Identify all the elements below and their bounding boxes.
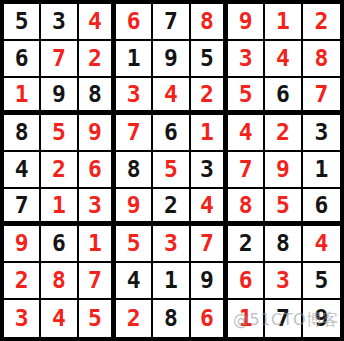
cell-r9c2[interactable]: 4: [41, 300, 78, 337]
cell-r8c4[interactable]: 4: [116, 263, 153, 300]
cell-r5c1[interactable]: 4: [4, 152, 41, 189]
cell-r4c1[interactable]: 8: [4, 115, 41, 152]
cell-r2c8[interactable]: 4: [265, 41, 302, 78]
cell-r8c9[interactable]: 5: [303, 263, 340, 300]
cell-r7c6[interactable]: 7: [191, 226, 228, 263]
cell-r8c7[interactable]: 6: [228, 263, 265, 300]
cell-r8c2[interactable]: 8: [41, 263, 78, 300]
cell-r2c9[interactable]: 8: [303, 41, 340, 78]
cell-r1c8[interactable]: 1: [265, 4, 302, 41]
cell-r1c6[interactable]: 8: [191, 4, 228, 41]
cell-r3c6[interactable]: 2: [191, 78, 228, 115]
cell-r2c7[interactable]: 3: [228, 41, 265, 78]
cell-r3c2[interactable]: 9: [41, 78, 78, 115]
cell-r4c9[interactable]: 3: [303, 115, 340, 152]
cell-r9c3[interactable]: 5: [79, 300, 116, 337]
cell-r1c9[interactable]: 2: [303, 4, 340, 41]
cell-r6c1[interactable]: 7: [4, 189, 41, 226]
cell-r3c1[interactable]: 1: [4, 78, 41, 115]
cell-r1c2[interactable]: 3: [41, 4, 78, 41]
cell-r3c9[interactable]: 7: [303, 78, 340, 115]
cell-r6c6[interactable]: 4: [191, 189, 228, 226]
cell-r4c2[interactable]: 5: [41, 115, 78, 152]
cell-r8c5[interactable]: 1: [153, 263, 190, 300]
cell-r7c5[interactable]: 3: [153, 226, 190, 263]
cell-r6c2[interactable]: 1: [41, 189, 78, 226]
cell-r7c1[interactable]: 9: [4, 226, 41, 263]
cell-r4c3[interactable]: 9: [79, 115, 116, 152]
cell-r3c3[interactable]: 8: [79, 78, 116, 115]
cell-r9c6[interactable]: 6: [191, 300, 228, 337]
cell-r9c7[interactable]: 1: [228, 300, 265, 337]
sudoku-board: 5346789126721953481983425678597614234268…: [0, 0, 344, 341]
cell-r8c3[interactable]: 7: [79, 263, 116, 300]
cell-r2c5[interactable]: 9: [153, 41, 190, 78]
cell-r8c8[interactable]: 3: [265, 263, 302, 300]
cell-r1c1[interactable]: 5: [4, 4, 41, 41]
cell-r6c4[interactable]: 9: [116, 189, 153, 226]
cell-r6c3[interactable]: 3: [79, 189, 116, 226]
cell-r4c5[interactable]: 6: [153, 115, 190, 152]
cell-r1c4[interactable]: 6: [116, 4, 153, 41]
cell-r9c5[interactable]: 8: [153, 300, 190, 337]
cell-r5c6[interactable]: 3: [191, 152, 228, 189]
cell-r8c1[interactable]: 2: [4, 263, 41, 300]
cell-r5c9[interactable]: 1: [303, 152, 340, 189]
cell-r3c5[interactable]: 4: [153, 78, 190, 115]
cell-r4c4[interactable]: 7: [116, 115, 153, 152]
cell-r3c4[interactable]: 3: [116, 78, 153, 115]
cell-r6c5[interactable]: 2: [153, 189, 190, 226]
cell-r1c3[interactable]: 4: [79, 4, 116, 41]
cell-r7c8[interactable]: 8: [265, 226, 302, 263]
cell-r5c3[interactable]: 6: [79, 152, 116, 189]
cell-r5c8[interactable]: 9: [265, 152, 302, 189]
cell-r2c4[interactable]: 1: [116, 41, 153, 78]
cell-r2c6[interactable]: 5: [191, 41, 228, 78]
cell-r9c4[interactable]: 2: [116, 300, 153, 337]
cell-r4c7[interactable]: 4: [228, 115, 265, 152]
cell-r5c2[interactable]: 2: [41, 152, 78, 189]
cell-r5c5[interactable]: 5: [153, 152, 190, 189]
cell-r2c3[interactable]: 2: [79, 41, 116, 78]
cell-r7c9[interactable]: 4: [303, 226, 340, 263]
cell-r8c6[interactable]: 9: [191, 263, 228, 300]
cell-r7c7[interactable]: 2: [228, 226, 265, 263]
cell-r5c4[interactable]: 8: [116, 152, 153, 189]
cell-r7c2[interactable]: 6: [41, 226, 78, 263]
cell-r4c6[interactable]: 1: [191, 115, 228, 152]
cell-r9c1[interactable]: 3: [4, 300, 41, 337]
cell-r6c8[interactable]: 5: [265, 189, 302, 226]
cell-r1c5[interactable]: 7: [153, 4, 190, 41]
cell-r1c7[interactable]: 9: [228, 4, 265, 41]
cell-r9c8[interactable]: 7: [265, 300, 302, 337]
cell-r6c7[interactable]: 8: [228, 189, 265, 226]
cell-r5c7[interactable]: 7: [228, 152, 265, 189]
cell-r2c2[interactable]: 7: [41, 41, 78, 78]
cell-r3c7[interactable]: 5: [228, 78, 265, 115]
cell-r4c8[interactable]: 2: [265, 115, 302, 152]
cell-r7c4[interactable]: 5: [116, 226, 153, 263]
cell-r3c8[interactable]: 6: [265, 78, 302, 115]
cell-r2c1[interactable]: 6: [4, 41, 41, 78]
cell-r7c3[interactable]: 1: [79, 226, 116, 263]
sudoku-grid: 5346789126721953481983425678597614234268…: [4, 4, 340, 337]
cell-r9c9[interactable]: 9: [303, 300, 340, 337]
cell-r6c9[interactable]: 6: [303, 189, 340, 226]
